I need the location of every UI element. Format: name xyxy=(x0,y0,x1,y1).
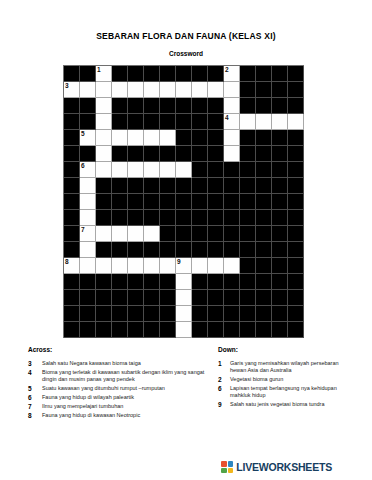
grid-cell-r9c4 xyxy=(112,194,128,210)
grid-cell-r14c14 xyxy=(272,274,288,290)
grid-cell-r10c10 xyxy=(208,210,224,226)
clue-num-label: 3 xyxy=(28,360,42,367)
grid-cell-r12c8 xyxy=(176,242,192,258)
grid-cell-r14c6 xyxy=(144,274,160,290)
grid-cell-r13c9[interactable] xyxy=(192,258,208,274)
clue-num-label: 9 xyxy=(218,401,230,408)
grid-cell-r16c11 xyxy=(224,306,240,322)
grid-cell-r3c7 xyxy=(160,98,176,114)
clue-number-1: 1 xyxy=(97,66,101,74)
grid-cell-r13c11[interactable] xyxy=(224,258,240,274)
grid-cell-r1c5 xyxy=(128,66,144,82)
icon-square xyxy=(221,468,227,474)
page-subtitle: Crossword xyxy=(0,50,372,57)
grid-cell-r16c5 xyxy=(128,306,144,322)
grid-cell-r2c4[interactable] xyxy=(112,82,128,98)
clue-text: Salah satu Negara kawasan bioma taiga xyxy=(42,360,205,367)
grid-cell-r12c4 xyxy=(112,242,128,258)
grid-cell-r7c12 xyxy=(240,162,256,178)
grid-cell-r9c11 xyxy=(224,194,240,210)
grid-cell-r17c2 xyxy=(80,322,96,338)
grid-cell-r10c1 xyxy=(64,210,80,226)
clue-across-6: 6Fauna yang hidup di wilayah paleartik xyxy=(28,394,206,401)
grid-cell-r9c6 xyxy=(144,194,160,210)
grid-cell-r17c12 xyxy=(240,322,256,338)
grid-cell-r7c11 xyxy=(224,162,240,178)
grid-cell-r1c1 xyxy=(64,66,80,82)
clue-text: Vegetasi bioma gurun xyxy=(230,376,342,383)
grid-cell-r16c8[interactable] xyxy=(176,306,192,322)
grid-cell-r11c12 xyxy=(240,226,256,242)
grid-cell-r1c15 xyxy=(288,66,304,82)
grid-cell-r11c5[interactable] xyxy=(128,226,144,242)
grid-cell-r4c6 xyxy=(144,114,160,130)
grid-cell-r6c1 xyxy=(64,146,80,162)
clue-across-4: 4Bioma yang terletak di kawasan subartik… xyxy=(28,369,206,383)
grid-cell-r10c11 xyxy=(224,210,240,226)
grid-cell-r14c10 xyxy=(208,274,224,290)
grid-cell-r11c1 xyxy=(64,226,80,242)
grid-cell-r13c15 xyxy=(288,258,304,274)
grid-cell-r4c3[interactable] xyxy=(96,114,112,130)
grid-cell-r4c4 xyxy=(112,114,128,130)
grid-cell-r14c4 xyxy=(112,274,128,290)
grid-cell-r2c9[interactable] xyxy=(192,82,208,98)
clue-text: Fauna yang hidup di wilayah paleartik xyxy=(42,394,205,401)
grid-cell-r13c3[interactable] xyxy=(96,258,112,274)
grid-cell-r15c7 xyxy=(160,290,176,306)
worksheet-page: SEBARAN FLORA DAN FAUNA (KELAS XI) Cross… xyxy=(0,0,372,480)
grid-cell-r16c6 xyxy=(144,306,160,322)
grid-cell-r5c6[interactable] xyxy=(144,130,160,146)
grid-cell-r10c8 xyxy=(176,210,192,226)
grid-cell-r3c13 xyxy=(256,98,272,114)
grid-cell-r6c4 xyxy=(112,146,128,162)
grid-cell-r16c4 xyxy=(112,306,128,322)
grid-cell-r10c6 xyxy=(144,210,160,226)
grid-cell-r12c7 xyxy=(160,242,176,258)
clue-across-7: 7Ilmu yang mempelajari tumbuhan xyxy=(28,403,206,410)
grid-cell-r15c8[interactable] xyxy=(176,290,192,306)
grid-cell-r6c14 xyxy=(272,146,288,162)
grid-cell-r15c11 xyxy=(224,290,240,306)
grid-cell-r5c15 xyxy=(288,130,304,146)
grid-cell-r14c2 xyxy=(80,274,96,290)
grid-cell-r11c10 xyxy=(208,226,224,242)
grid-cell-r12c11 xyxy=(224,242,240,258)
grid-cell-r5c2[interactable]: 5 xyxy=(80,130,96,146)
grid-cell-r6c13 xyxy=(256,146,272,162)
grid-cell-r14c3 xyxy=(96,274,112,290)
grid-cell-r4c11[interactable]: 4 xyxy=(224,114,240,130)
grid-cell-r12c3 xyxy=(96,242,112,258)
grid-cell-r16c7 xyxy=(160,306,176,322)
grid-cell-r15c14 xyxy=(272,290,288,306)
grid-cell-r12c1 xyxy=(64,242,80,258)
grid-cell-r2c6[interactable] xyxy=(144,82,160,98)
grid-cell-r14c15 xyxy=(288,274,304,290)
clue-num-label: 7 xyxy=(28,403,42,410)
clue-number-8: 8 xyxy=(65,258,69,266)
clue-text: Lapisan tempat berlangsung nya kehidupan… xyxy=(230,385,342,399)
grid-cell-r6c3[interactable] xyxy=(96,146,112,162)
grid-cell-r1c10 xyxy=(208,66,224,82)
grid-cell-r17c4 xyxy=(112,322,128,338)
grid-cell-r1c9 xyxy=(192,66,208,82)
grid-cell-r3c14 xyxy=(272,98,288,114)
clue-num-label: 5 xyxy=(28,385,42,392)
grid-cell-r16c1 xyxy=(64,306,80,322)
grid-cell-r7c2[interactable]: 6 xyxy=(80,162,96,178)
grid-cell-r10c9 xyxy=(192,210,208,226)
grid-cell-r1c14 xyxy=(272,66,288,82)
grid-cell-r8c15 xyxy=(288,178,304,194)
grid-cell-r9c10 xyxy=(208,194,224,210)
grid-cell-r13c6[interactable] xyxy=(144,258,160,274)
grid-cell-r9c2[interactable] xyxy=(80,194,96,210)
clue-down-2: 2Vegetasi bioma gurun xyxy=(218,376,344,383)
grid-cell-r13c13 xyxy=(256,258,272,274)
grid-cell-r15c2 xyxy=(80,290,96,306)
grid-cell-r10c14 xyxy=(272,210,288,226)
grid-cell-r2c8[interactable] xyxy=(176,82,192,98)
grid-cell-r5c7[interactable] xyxy=(160,130,176,146)
grid-cell-r15c6 xyxy=(144,290,160,306)
grid-cell-r7c13 xyxy=(256,162,272,178)
grid-cell-r4c9 xyxy=(192,114,208,130)
grid-cell-r15c1 xyxy=(64,290,80,306)
grid-cell-r11c11 xyxy=(224,226,240,242)
grid-cell-r14c12 xyxy=(240,274,256,290)
grid-cell-r11c13 xyxy=(256,226,272,242)
grid-cell-r1c6 xyxy=(144,66,160,82)
grid-cell-r13c1[interactable]: 8 xyxy=(64,258,80,274)
grid-cell-r12c6 xyxy=(144,242,160,258)
grid-cell-r6c7 xyxy=(160,146,176,162)
page-title: SEBARAN FLORA DAN FAUNA (KELAS XI) xyxy=(0,31,372,41)
grid-cell-r7c7[interactable] xyxy=(160,162,176,178)
grid-cell-r9c14 xyxy=(272,194,288,210)
grid-cell-r5c10 xyxy=(208,130,224,146)
grid-cell-r1c11[interactable]: 2 xyxy=(224,66,240,82)
grid-cell-r9c13 xyxy=(256,194,272,210)
grid-cell-r10c13 xyxy=(256,210,272,226)
grid-cell-r15c13 xyxy=(256,290,272,306)
grid-cell-r12c2[interactable] xyxy=(80,242,96,258)
clue-number-5: 5 xyxy=(81,130,85,138)
grid-cell-r8c2[interactable] xyxy=(80,178,96,194)
grid-cell-r1c4 xyxy=(112,66,128,82)
grid-cell-r17c3 xyxy=(96,322,112,338)
grid-cell-r7c6[interactable] xyxy=(144,162,160,178)
grid-cell-r16c12 xyxy=(240,306,256,322)
grid-cell-r5c11[interactable] xyxy=(224,130,240,146)
grid-cell-r8c12 xyxy=(240,178,256,194)
grid-cell-r1c13 xyxy=(256,66,272,82)
grid-cell-r15c12 xyxy=(240,290,256,306)
grid-cell-r14c9 xyxy=(192,274,208,290)
clue-number-7: 7 xyxy=(81,226,85,234)
grid-cell-r2c14 xyxy=(272,82,288,98)
grid-cell-r1c3[interactable]: 1 xyxy=(96,66,112,82)
grid-cell-r14c5 xyxy=(128,274,144,290)
grid-cell-r14c8[interactable] xyxy=(176,274,192,290)
grid-cell-r12c13 xyxy=(256,242,272,258)
grid-cell-r10c15 xyxy=(288,210,304,226)
grid-cell-r11c7 xyxy=(160,226,176,242)
grid-cell-r5c4[interactable] xyxy=(112,130,128,146)
grid-cell-r9c8 xyxy=(176,194,192,210)
clue-number-9: 9 xyxy=(177,258,181,266)
grid-cell-r4c10 xyxy=(208,114,224,130)
grid-cell-r9c12 xyxy=(240,194,256,210)
grid-cell-r6c10 xyxy=(208,146,224,162)
grid-cell-r9c1 xyxy=(64,194,80,210)
grid-cell-r2c3[interactable] xyxy=(96,82,112,98)
grid-cell-r10c5 xyxy=(128,210,144,226)
grid-cell-r16c15 xyxy=(288,306,304,322)
grid-cell-r8c6 xyxy=(144,178,160,194)
grid-cell-r4c7 xyxy=(160,114,176,130)
grid-cell-r13c14 xyxy=(272,258,288,274)
grid-cell-r12c10 xyxy=(208,242,224,258)
grid-cell-r11c8 xyxy=(176,226,192,242)
grid-cell-r17c6 xyxy=(144,322,160,338)
grid-cell-r11c6[interactable] xyxy=(144,226,160,242)
grid-cell-r11c2[interactable]: 7 xyxy=(80,226,96,242)
grid-cell-r17c5 xyxy=(128,322,144,338)
grid-cell-r6c9 xyxy=(192,146,208,162)
icon-square xyxy=(221,461,227,467)
grid-cell-r16c13 xyxy=(256,306,272,322)
grid-cell-r9c9 xyxy=(192,194,208,210)
grid-cell-r4c14[interactable] xyxy=(272,114,288,130)
grid-cell-r7c3[interactable] xyxy=(96,162,112,178)
clue-num-label: 6 xyxy=(28,394,42,401)
grid-cell-r5c5[interactable] xyxy=(128,130,144,146)
grid-cell-r8c10 xyxy=(208,178,224,194)
icon-square xyxy=(228,461,234,467)
liveworksheets-brand: LIVEWORKSHEETS xyxy=(236,461,332,473)
grid-cell-r11c15 xyxy=(288,226,304,242)
grid-cell-r13c2[interactable] xyxy=(80,258,96,274)
grid-cell-r4c1 xyxy=(64,114,80,130)
grid-cell-r15c15 xyxy=(288,290,304,306)
grid-cell-r15c9 xyxy=(192,290,208,306)
grid-cell-r3c4 xyxy=(112,98,128,114)
grid-cell-r17c8[interactable] xyxy=(176,322,192,338)
grid-cell-r7c4[interactable] xyxy=(112,162,128,178)
grid-cell-r12c12 xyxy=(240,242,256,258)
grid-cell-r2c12 xyxy=(240,82,256,98)
grid-cell-r5c13 xyxy=(256,130,272,146)
grid-cell-r5c1 xyxy=(64,130,80,146)
grid-cell-r3c9 xyxy=(192,98,208,114)
grid-cell-r13c5[interactable] xyxy=(128,258,144,274)
grid-cell-r8c14 xyxy=(272,178,288,194)
grid-cell-r4c5 xyxy=(128,114,144,130)
across-clue-list: 3Salah satu Negara kawasan bioma taiga4B… xyxy=(28,360,206,419)
grid-cell-r3c12 xyxy=(240,98,256,114)
down-clue-list: 1Garis yang memisahkan wilayah persebara… xyxy=(218,360,344,408)
grid-cell-r17c10 xyxy=(208,322,224,338)
grid-cell-r5c3[interactable] xyxy=(96,130,112,146)
grid-cell-r2c2[interactable] xyxy=(80,82,96,98)
grid-cell-r10c7 xyxy=(160,210,176,226)
grid-cell-r12c5 xyxy=(128,242,144,258)
grid-cell-r14c1 xyxy=(64,274,80,290)
grid-cell-r11c9 xyxy=(192,226,208,242)
clue-num-label: 4 xyxy=(28,369,42,383)
grid-cell-r13c7[interactable] xyxy=(160,258,176,274)
clue-num-label: 6 xyxy=(218,385,230,399)
clue-number-2: 2 xyxy=(225,66,229,74)
clue-text: Fauna yang hidup di kawasan Neotropic xyxy=(42,412,205,419)
grid-cell-r13c4[interactable] xyxy=(112,258,128,274)
grid-cell-r2c10[interactable] xyxy=(208,82,224,98)
grid-cell-r8c7 xyxy=(160,178,176,194)
clue-number-6: 6 xyxy=(81,162,85,170)
grid-cell-r7c5[interactable] xyxy=(128,162,144,178)
grid-cell-r6c12 xyxy=(240,146,256,162)
clue-text: Ilmu yang mempelajari tumbuhan xyxy=(42,403,205,410)
grid-cell-r8c9 xyxy=(192,178,208,194)
clue-text: Bioma yang terletak di kawasan subartik … xyxy=(42,369,205,383)
grid-cell-r3c6 xyxy=(144,98,160,114)
grid-cell-r10c2[interactable] xyxy=(80,210,96,226)
grid-cell-r3c3[interactable] xyxy=(96,98,112,114)
grid-cell-r4c12[interactable] xyxy=(240,114,256,130)
grid-cell-r17c11 xyxy=(224,322,240,338)
clue-number-4: 4 xyxy=(225,114,229,122)
grid-cell-r15c3 xyxy=(96,290,112,306)
grid-cell-r4c2 xyxy=(80,114,96,130)
grid-cell-r7c9 xyxy=(192,162,208,178)
grid-cell-r13c10[interactable] xyxy=(208,258,224,274)
grid-cell-r8c3 xyxy=(96,178,112,194)
grid-cell-r10c12 xyxy=(240,210,256,226)
grid-cell-r8c13 xyxy=(256,178,272,194)
grid-cell-r7c14 xyxy=(272,162,288,178)
grid-cell-r3c8 xyxy=(176,98,192,114)
grid-cell-r7c10 xyxy=(208,162,224,178)
grid-cell-r11c3[interactable] xyxy=(96,226,112,242)
icon-square xyxy=(228,468,234,474)
grid-cell-r14c7 xyxy=(160,274,176,290)
grid-cell-r12c9 xyxy=(192,242,208,258)
grid-cell-r7c1 xyxy=(64,162,80,178)
grid-cell-r3c2 xyxy=(80,98,96,114)
grid-cell-r15c10 xyxy=(208,290,224,306)
down-clues: Down: 1Garis yang memisahkan wilayah per… xyxy=(218,346,344,410)
grid-cell-r13c12 xyxy=(240,258,256,274)
grid-cell-r17c7 xyxy=(160,322,176,338)
grid-cell-r6c11[interactable] xyxy=(224,146,240,162)
clue-across-8: 8Fauna yang hidup di kawasan Neotropic xyxy=(28,412,206,419)
grid-cell-r9c3 xyxy=(96,194,112,210)
grid-cell-r2c7[interactable] xyxy=(160,82,176,98)
grid-cell-r12c15 xyxy=(288,242,304,258)
clue-num-label: 2 xyxy=(218,376,230,383)
grid-cell-r15c5 xyxy=(128,290,144,306)
clue-across-5: 5Suatu kawasan yang ditumbuhi rumput –ru… xyxy=(28,385,206,392)
grid-cell-r17c15 xyxy=(288,322,304,338)
liveworksheets-footer: LIVEWORKSHEETS xyxy=(221,460,332,474)
grid-cell-r6c5 xyxy=(128,146,144,162)
grid-cell-r16c2 xyxy=(80,306,96,322)
grid-cell-r17c13 xyxy=(256,322,272,338)
grid-cell-r9c5 xyxy=(128,194,144,210)
across-heading: Across: xyxy=(28,346,206,353)
grid-cell-r8c5 xyxy=(128,178,144,194)
grid-cell-r10c3 xyxy=(96,210,112,226)
grid-cell-r2c1[interactable]: 3 xyxy=(64,82,80,98)
grid-cell-r4c13[interactable] xyxy=(256,114,272,130)
clue-num-label: 8 xyxy=(28,412,42,419)
grid-cell-r3c10 xyxy=(208,98,224,114)
grid-cell-r9c7 xyxy=(160,194,176,210)
down-heading: Down: xyxy=(218,346,344,353)
grid-cell-r11c4[interactable] xyxy=(112,226,128,242)
clue-number-3: 3 xyxy=(65,82,69,90)
crossword-grid: 123456789 xyxy=(63,65,304,338)
liveworksheets-grid-icon xyxy=(221,461,233,473)
clue-text: Salah satu jenis vegetasi bioma tundra xyxy=(230,401,342,408)
grid-cell-r8c4 xyxy=(112,178,128,194)
grid-cell-r2c15 xyxy=(288,82,304,98)
grid-cell-r10c4 xyxy=(112,210,128,226)
grid-cell-r15c4 xyxy=(112,290,128,306)
grid-cell-r1c2 xyxy=(80,66,96,82)
grid-cell-r1c8 xyxy=(176,66,192,82)
grid-cell-r2c13 xyxy=(256,82,272,98)
grid-cell-r6c8 xyxy=(176,146,192,162)
grid-cell-r5c12 xyxy=(240,130,256,146)
clue-text: Suatu kawasan yang ditumbuhi rumput –rum… xyxy=(42,385,205,392)
grid-cell-r3c5 xyxy=(128,98,144,114)
grid-cell-r4c8 xyxy=(176,114,192,130)
clue-text: Garis yang memisahkan wilayah persebaran… xyxy=(230,360,342,374)
grid-cell-r4c15[interactable] xyxy=(288,114,304,130)
grid-cell-r12c14 xyxy=(272,242,288,258)
grid-cell-r11c14 xyxy=(272,226,288,242)
grid-cell-r5c14 xyxy=(272,130,288,146)
clue-down-1: 1Garis yang memisahkan wilayah persebara… xyxy=(218,360,344,374)
grid-cell-r17c14 xyxy=(272,322,288,338)
grid-cell-r13c8[interactable]: 9 xyxy=(176,258,192,274)
grid-cell-r16c3 xyxy=(96,306,112,322)
grid-cell-r3c1 xyxy=(64,98,80,114)
grid-cell-r6c2 xyxy=(80,146,96,162)
grid-cell-r17c9 xyxy=(192,322,208,338)
grid-cell-r6c6 xyxy=(144,146,160,162)
grid-cell-r8c1 xyxy=(64,178,80,194)
grid-cell-r8c11 xyxy=(224,178,240,194)
grid-cell-r9c15 xyxy=(288,194,304,210)
grid-cell-r6c15 xyxy=(288,146,304,162)
grid-cell-r16c14 xyxy=(272,306,288,322)
grid-cell-r16c10 xyxy=(208,306,224,322)
grid-cell-r17c1 xyxy=(64,322,80,338)
grid-cell-r2c5[interactable] xyxy=(128,82,144,98)
grid-cell-r5c9 xyxy=(192,130,208,146)
grid-cell-r7c8[interactable] xyxy=(176,162,192,178)
grid-cell-r2c11[interactable] xyxy=(224,82,240,98)
grid-cell-r1c12 xyxy=(240,66,256,82)
grid-cell-r14c11 xyxy=(224,274,240,290)
grid-cell-r3c11[interactable] xyxy=(224,98,240,114)
grid-cell-r7c15 xyxy=(288,162,304,178)
